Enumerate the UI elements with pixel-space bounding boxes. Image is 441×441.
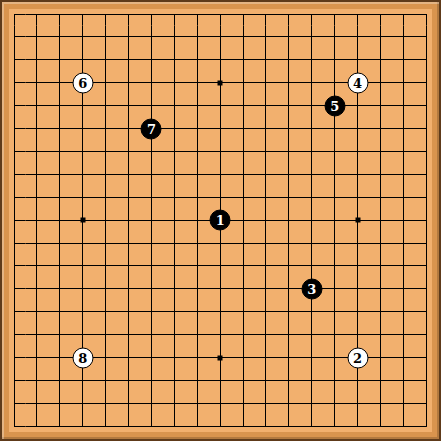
intersection: [300, 94, 323, 117]
intersection: [346, 323, 369, 346]
intersection: [346, 3, 369, 26]
intersection-hoshi: 1: [209, 209, 232, 232]
intersection: [117, 255, 140, 278]
intersection: [392, 415, 415, 438]
intersection: [186, 117, 209, 140]
intersection: [209, 369, 232, 392]
intersection: [346, 94, 369, 117]
intersection: [48, 209, 71, 232]
intersection: [232, 71, 255, 94]
intersection: [369, 346, 392, 369]
intersection: [117, 163, 140, 186]
intersection: [48, 3, 71, 26]
intersection: [415, 186, 438, 209]
intersection: [255, 255, 278, 278]
intersection: [117, 209, 140, 232]
intersection: [186, 48, 209, 71]
intersection: [117, 277, 140, 300]
intersection: [117, 140, 140, 163]
intersection: [323, 48, 346, 71]
intersection: [71, 186, 94, 209]
intersection: [186, 3, 209, 26]
intersection: [3, 369, 26, 392]
intersection: [94, 255, 117, 278]
intersection: [163, 26, 186, 49]
intersection: [163, 209, 186, 232]
intersection: [163, 163, 186, 186]
intersection: [277, 117, 300, 140]
intersection: [415, 209, 438, 232]
intersection: [48, 323, 71, 346]
intersection: [232, 323, 255, 346]
intersection: [117, 232, 140, 255]
intersection: [48, 117, 71, 140]
intersection: [255, 323, 278, 346]
intersection: [3, 163, 26, 186]
intersection: [94, 186, 117, 209]
intersection: [94, 369, 117, 392]
intersection: [255, 26, 278, 49]
intersection: [392, 277, 415, 300]
intersection: [369, 392, 392, 415]
intersection: [300, 71, 323, 94]
intersection: [415, 255, 438, 278]
intersection: [48, 48, 71, 71]
intersection: [3, 71, 26, 94]
intersection: [3, 346, 26, 369]
intersection: [117, 186, 140, 209]
intersection: [232, 346, 255, 369]
intersection: [369, 209, 392, 232]
intersection: [255, 140, 278, 163]
intersection: [26, 392, 49, 415]
intersection: [415, 392, 438, 415]
intersection: [415, 26, 438, 49]
intersection: [48, 392, 71, 415]
intersection-hoshi: 8: [71, 346, 94, 369]
intersection: [392, 94, 415, 117]
intersection: [117, 71, 140, 94]
intersection: [392, 300, 415, 323]
intersection: [323, 3, 346, 26]
intersection: [71, 48, 94, 71]
intersection: [277, 255, 300, 278]
intersection: [48, 255, 71, 278]
intersection: [3, 255, 26, 278]
intersection: [94, 209, 117, 232]
intersection: [209, 186, 232, 209]
intersection: [323, 277, 346, 300]
intersection: [209, 255, 232, 278]
intersection: [209, 94, 232, 117]
intersection: [392, 232, 415, 255]
intersection: [26, 369, 49, 392]
stone-black-G14: 7: [141, 118, 162, 139]
intersection: [346, 163, 369, 186]
intersection: [26, 300, 49, 323]
intersection: [71, 255, 94, 278]
intersection: [163, 369, 186, 392]
intersection: [3, 209, 26, 232]
intersection: [277, 232, 300, 255]
intersection: [232, 300, 255, 323]
intersection: [26, 186, 49, 209]
intersection: [415, 94, 438, 117]
intersection: [392, 323, 415, 346]
intersection: [346, 300, 369, 323]
intersection: [26, 209, 49, 232]
stone-black-K10: 1: [210, 210, 231, 231]
intersection: [71, 323, 94, 346]
intersection: [71, 94, 94, 117]
intersection: [209, 140, 232, 163]
intersection: [232, 48, 255, 71]
intersection: [300, 415, 323, 438]
intersection: [163, 300, 186, 323]
intersection-hoshi: 4: [346, 71, 369, 94]
intersection-hoshi: [71, 209, 94, 232]
intersection: [369, 48, 392, 71]
intersection: [140, 415, 163, 438]
intersection: [232, 117, 255, 140]
intersection: [277, 48, 300, 71]
intersection: 7: [140, 117, 163, 140]
intersection: [346, 117, 369, 140]
intersection: [48, 369, 71, 392]
intersection: [186, 94, 209, 117]
intersection: [255, 415, 278, 438]
intersection: [277, 369, 300, 392]
intersection: [232, 3, 255, 26]
intersection: [300, 232, 323, 255]
intersection-hoshi: [346, 209, 369, 232]
go-board-diagram: 64571382: [0, 0, 441, 441]
intersection-hoshi: 6: [71, 71, 94, 94]
intersection: [163, 3, 186, 26]
intersection: [3, 300, 26, 323]
intersection: [346, 392, 369, 415]
intersection: [300, 186, 323, 209]
intersection-hoshi: 2: [346, 346, 369, 369]
intersection: [26, 71, 49, 94]
intersection: [277, 392, 300, 415]
intersection: [323, 163, 346, 186]
intersection: [163, 232, 186, 255]
intersection: [94, 71, 117, 94]
intersection: [71, 415, 94, 438]
intersection: [71, 300, 94, 323]
intersection: [117, 48, 140, 71]
intersection: [163, 71, 186, 94]
intersection: [323, 117, 346, 140]
intersection: [186, 300, 209, 323]
intersection: [346, 140, 369, 163]
intersection: [117, 26, 140, 49]
intersection: [232, 186, 255, 209]
intersection: [323, 186, 346, 209]
intersection: [26, 415, 49, 438]
intersection: [94, 117, 117, 140]
intersection: [277, 140, 300, 163]
intersection: [140, 300, 163, 323]
intersection: [117, 300, 140, 323]
intersection: [392, 209, 415, 232]
intersection: [255, 300, 278, 323]
intersection: [71, 369, 94, 392]
intersection: [232, 26, 255, 49]
intersection: [163, 392, 186, 415]
intersection: [232, 232, 255, 255]
intersection: [415, 140, 438, 163]
intersection: [255, 392, 278, 415]
intersection: [415, 346, 438, 369]
stone-white-Q16: 4: [347, 72, 368, 93]
intersection: [346, 48, 369, 71]
intersection: [186, 209, 209, 232]
intersection: [209, 277, 232, 300]
intersection: [186, 255, 209, 278]
intersection: [163, 117, 186, 140]
intersection: [277, 346, 300, 369]
intersection: [140, 186, 163, 209]
intersection: [392, 186, 415, 209]
intersection: [232, 255, 255, 278]
intersection: [26, 346, 49, 369]
intersection: [117, 323, 140, 346]
intersection: [140, 140, 163, 163]
intersection: [71, 117, 94, 140]
intersection: [209, 117, 232, 140]
intersection: [94, 140, 117, 163]
intersection: [26, 94, 49, 117]
intersection: [26, 232, 49, 255]
intersection: [48, 26, 71, 49]
intersection: [300, 3, 323, 26]
intersection: [300, 392, 323, 415]
intersection: [209, 392, 232, 415]
intersection: [415, 369, 438, 392]
intersection: [277, 415, 300, 438]
intersection: [392, 71, 415, 94]
intersection: [277, 163, 300, 186]
intersection: [140, 255, 163, 278]
intersection: [186, 26, 209, 49]
intersection: [323, 346, 346, 369]
intersection: [300, 48, 323, 71]
intersection: [94, 48, 117, 71]
intersection: [232, 140, 255, 163]
intersection: [415, 71, 438, 94]
intersection: [209, 415, 232, 438]
stone-black-O7: 3: [301, 278, 322, 299]
intersection: [26, 255, 49, 278]
intersection: [277, 3, 300, 26]
intersection: [163, 186, 186, 209]
intersection: [140, 209, 163, 232]
intersection: [3, 392, 26, 415]
intersection: [277, 186, 300, 209]
intersection: [369, 323, 392, 346]
intersection: [26, 323, 49, 346]
intersection: [392, 392, 415, 415]
intersection: [277, 209, 300, 232]
intersection: [255, 186, 278, 209]
intersection: [369, 26, 392, 49]
intersection: [392, 140, 415, 163]
intersection: [71, 26, 94, 49]
intersection: [140, 48, 163, 71]
intersection: [323, 300, 346, 323]
intersection: [3, 323, 26, 346]
intersection: [300, 26, 323, 49]
intersection: [94, 94, 117, 117]
intersection-hoshi: [209, 71, 232, 94]
intersection: [392, 163, 415, 186]
intersection: [209, 163, 232, 186]
intersection: [232, 94, 255, 117]
intersection: [186, 369, 209, 392]
intersection: [415, 300, 438, 323]
intersection: [392, 117, 415, 140]
intersection: [3, 117, 26, 140]
intersection: [255, 346, 278, 369]
intersection: [140, 3, 163, 26]
intersection: [300, 346, 323, 369]
intersection: [163, 346, 186, 369]
intersection: [117, 3, 140, 26]
intersection: [140, 392, 163, 415]
intersection: [117, 415, 140, 438]
intersection: [117, 392, 140, 415]
intersection: [48, 232, 71, 255]
intersection: [323, 323, 346, 346]
stone-white-D4: 8: [72, 347, 93, 368]
intersection: [232, 209, 255, 232]
intersection: [163, 323, 186, 346]
intersection: [369, 94, 392, 117]
intersection: [163, 277, 186, 300]
intersection: [117, 94, 140, 117]
intersection: [392, 3, 415, 26]
intersection: [140, 26, 163, 49]
intersection: [48, 186, 71, 209]
intersection: [277, 26, 300, 49]
intersection: [369, 140, 392, 163]
intersection: [346, 255, 369, 278]
intersection: [140, 71, 163, 94]
intersection: [300, 323, 323, 346]
intersection: [26, 26, 49, 49]
intersection: [3, 277, 26, 300]
intersection: [369, 277, 392, 300]
intersection: [415, 323, 438, 346]
intersection: [209, 323, 232, 346]
intersection: [94, 26, 117, 49]
intersection: [94, 415, 117, 438]
intersection: [255, 48, 278, 71]
intersection: [48, 94, 71, 117]
intersection: [369, 163, 392, 186]
intersection: [26, 3, 49, 26]
intersection: [369, 300, 392, 323]
intersection: [186, 163, 209, 186]
intersection: [277, 300, 300, 323]
intersection: [163, 140, 186, 163]
intersection: [3, 48, 26, 71]
intersection: [255, 117, 278, 140]
intersection: [94, 232, 117, 255]
intersection: [140, 277, 163, 300]
intersection: [369, 3, 392, 26]
intersection: [3, 415, 26, 438]
intersection: [323, 392, 346, 415]
intersection: [26, 48, 49, 71]
intersection: [94, 277, 117, 300]
intersection: [140, 232, 163, 255]
intersection: [48, 346, 71, 369]
intersection: [140, 323, 163, 346]
intersection: [186, 140, 209, 163]
intersection: [71, 232, 94, 255]
intersection: [26, 117, 49, 140]
intersection: [186, 277, 209, 300]
stone-white-Q4: 2: [347, 347, 368, 368]
intersection: [94, 392, 117, 415]
intersection: [71, 163, 94, 186]
intersection: [415, 415, 438, 438]
intersection: [392, 48, 415, 71]
intersection: [255, 71, 278, 94]
intersection: [369, 71, 392, 94]
intersection: [48, 71, 71, 94]
intersection: [48, 277, 71, 300]
intersection: [117, 117, 140, 140]
intersection: [346, 26, 369, 49]
intersection: [186, 186, 209, 209]
intersection: [140, 94, 163, 117]
intersection: [209, 48, 232, 71]
intersection: [255, 3, 278, 26]
intersection: [346, 186, 369, 209]
intersection: [255, 369, 278, 392]
go-grid: 64571382: [3, 3, 438, 438]
intersection: [48, 415, 71, 438]
intersection: [209, 3, 232, 26]
intersection: [140, 346, 163, 369]
intersection: [323, 232, 346, 255]
intersection: [392, 346, 415, 369]
intersection: [323, 140, 346, 163]
intersection: [232, 392, 255, 415]
intersection: [346, 415, 369, 438]
intersection: [255, 277, 278, 300]
intersection: [3, 3, 26, 26]
intersection: [186, 392, 209, 415]
intersection: [323, 369, 346, 392]
intersection: [369, 186, 392, 209]
intersection: [369, 117, 392, 140]
intersection: [392, 369, 415, 392]
intersection: [26, 163, 49, 186]
intersection: [300, 209, 323, 232]
intersection-hoshi: [209, 346, 232, 369]
intersection: 3: [300, 277, 323, 300]
stone-white-D16: 6: [72, 72, 93, 93]
intersection: [415, 48, 438, 71]
intersection: [186, 346, 209, 369]
intersection: [323, 71, 346, 94]
intersection: [71, 392, 94, 415]
